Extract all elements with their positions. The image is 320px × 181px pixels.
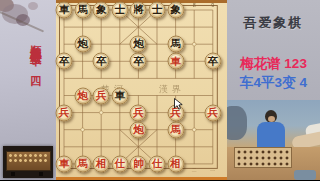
opening-title-text: 顺炮直车破横车 — [30, 36, 42, 47]
brand-calligraphy: 吾爱象棋 — [227, 14, 320, 32]
piece-black-炮[interactable]: 炮 — [130, 36, 147, 53]
chapter-number: 四 — [30, 67, 42, 69]
board-bottom-edge — [56, 177, 227, 181]
piece-black-將[interactable]: 將 — [130, 2, 147, 19]
piece-red-兵[interactable]: 兵 — [130, 104, 147, 121]
piece-red-相[interactable]: 相 — [93, 155, 110, 172]
table-board — [234, 147, 292, 168]
piece-red-兵[interactable]: 兵 — [93, 87, 110, 104]
piece-black-士[interactable]: 士 — [149, 2, 166, 19]
piece-black-馬[interactable]: 馬 — [74, 2, 91, 19]
stool — [294, 170, 316, 180]
player-shirt — [257, 122, 285, 148]
background-figure — [227, 106, 247, 140]
piece-red-車[interactable]: 車 — [56, 155, 73, 172]
variation-label: 车4平3变 4 — [227, 74, 320, 92]
file-label-bottom: 一 — [210, 167, 215, 173]
piece-black-卒[interactable]: 卒 — [56, 53, 73, 70]
left-panel: 顺炮直车破横车 四 — [0, 0, 56, 180]
piece-red-馬[interactable]: 馬 — [167, 121, 184, 138]
piece-black-車[interactable]: 車 — [111, 87, 128, 104]
piece-black-卒[interactable]: 卒 — [93, 53, 110, 70]
file-label-bottom: 二 — [192, 167, 197, 173]
file-label-top: 8 — [193, 2, 196, 8]
river-text-right: 漢界 — [159, 84, 185, 94]
piece-black-炮[interactable]: 炮 — [74, 36, 91, 53]
book-title: 梅花谱 123 — [227, 55, 320, 73]
piece-red-兵[interactable]: 兵 — [204, 104, 221, 121]
piece-black-卒[interactable]: 卒 — [204, 53, 221, 70]
wooden-board-photo — [3, 146, 53, 178]
piece-black-士[interactable]: 士 — [111, 2, 128, 19]
player-photo — [227, 100, 320, 180]
piece-red-仕[interactable]: 仕 — [111, 155, 128, 172]
piece-red-車[interactable]: 車 — [167, 53, 184, 70]
piece-black-馬[interactable]: 馬 — [167, 36, 184, 53]
right-panel: 吾爱象棋 梅花谱 123 车4平3变 4 — [227, 0, 320, 180]
piece-black-象[interactable]: 象 — [167, 2, 184, 19]
opening-title: 顺炮直车破横车 四 — [28, 36, 43, 69]
piece-red-炮[interactable]: 炮 — [130, 121, 147, 138]
piece-black-卒[interactable]: 卒 — [130, 53, 147, 70]
piece-black-車[interactable]: 車 — [56, 2, 73, 19]
xiangqi-board: 楚河漢界 123456789九八七六五四三二一 車馬象士將士象炮炮馬卒卒卒車卒炮… — [56, 0, 227, 180]
mouse-cursor — [174, 96, 183, 108]
piece-red-仕[interactable]: 仕 — [149, 155, 166, 172]
piece-red-馬[interactable]: 馬 — [74, 155, 91, 172]
piece-black-象[interactable]: 象 — [93, 2, 110, 19]
piece-red-炮[interactable]: 炮 — [74, 87, 91, 104]
piece-red-相[interactable]: 相 — [167, 155, 184, 172]
piece-red-兵[interactable]: 兵 — [56, 104, 73, 121]
video-frame: 顺炮直车破横车 四 楚河漢界 123456789九八七六五四三二一 車馬象士將士… — [0, 0, 320, 180]
piece-red-帥[interactable]: 帥 — [130, 155, 147, 172]
file-label-top: 9 — [211, 2, 214, 8]
wooden-board — [6, 151, 51, 171]
